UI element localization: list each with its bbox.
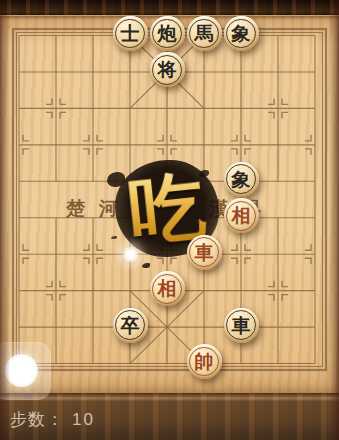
piece-character: 卒 (121, 316, 140, 335)
red-chariot[interactable]: 車 (187, 235, 222, 270)
piece-character: 将 (158, 60, 177, 79)
piece-character: 士 (121, 24, 140, 43)
move-count-value: 10 (72, 410, 95, 430)
red-general[interactable]: 帥 (187, 344, 222, 379)
move-sparkle-icon (121, 245, 140, 264)
piece-character: 象 (232, 170, 251, 189)
black-general[interactable]: 将 (150, 52, 185, 87)
black-cannon[interactable]: 炮 (150, 16, 185, 51)
xiangqi-app-screen: 楚河 漢界 吃 士炮馬象将象相車相卒車帥 步数： 10 (0, 0, 339, 440)
move-count-label: 步数： (10, 408, 64, 431)
piece-character: 帥 (195, 352, 214, 371)
piece-character: 相 (158, 279, 177, 298)
black-elephant[interactable]: 象 (224, 162, 259, 197)
black-chariot[interactable]: 車 (224, 308, 259, 343)
black-soldier[interactable]: 卒 (113, 308, 148, 343)
piece-character: 象 (232, 24, 251, 43)
piece-character: 車 (232, 316, 251, 335)
piece-character: 相 (232, 206, 251, 225)
move-counter: 步数： 10 (10, 408, 95, 431)
red-elephant[interactable]: 相 (224, 198, 259, 233)
piece-character: 車 (195, 243, 214, 262)
black-advisor[interactable]: 士 (113, 16, 148, 51)
black-elephant[interactable]: 象 (224, 16, 259, 51)
piece-character: 炮 (158, 24, 177, 43)
piece-character: 馬 (195, 24, 214, 43)
assistive-touch-dot-icon (5, 354, 38, 387)
red-elephant[interactable]: 相 (150, 271, 185, 306)
black-horse[interactable]: 馬 (187, 16, 222, 51)
assistive-touch-button[interactable] (0, 342, 51, 400)
